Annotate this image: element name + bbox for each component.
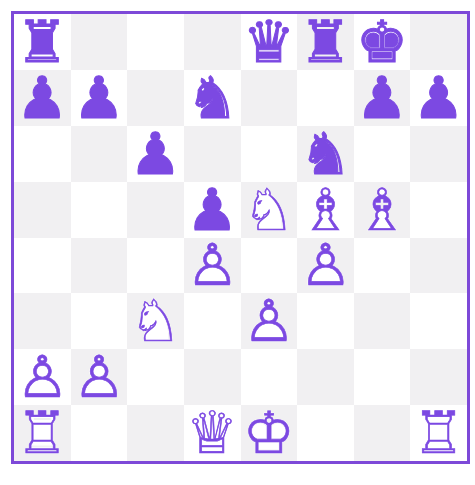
square-f7[interactable] <box>297 70 354 126</box>
square-a4[interactable] <box>14 238 71 294</box>
white-rook[interactable]: ♜♖ <box>410 405 467 461</box>
white-knight[interactable]: ♞♘ <box>241 182 298 238</box>
white-pawn-outline-glyph: ♙ <box>243 292 295 350</box>
black-pawn-glyph: ♟ <box>73 69 125 127</box>
square-c8[interactable] <box>127 14 184 70</box>
square-c6[interactable]: ♟ <box>127 126 184 182</box>
white-pawn-fill-glyph: ♟ <box>243 292 295 350</box>
white-bishop-fill-glyph: ♝ <box>356 181 408 239</box>
black-pawn[interactable]: ♟ <box>410 70 467 126</box>
white-bishop[interactable]: ♝♗ <box>354 182 411 238</box>
black-pawn-glyph: ♟ <box>186 181 238 239</box>
square-d8[interactable] <box>184 14 241 70</box>
square-e4[interactable] <box>241 238 298 294</box>
white-bishop-fill-glyph: ♝ <box>299 181 351 239</box>
square-h7[interactable]: ♟ <box>410 70 467 126</box>
square-f2[interactable] <box>297 349 354 405</box>
white-knight-fill-glyph: ♞ <box>130 292 182 350</box>
square-h1[interactable]: ♜♖ <box>410 405 467 461</box>
square-e2[interactable] <box>241 349 298 405</box>
black-pawn-glyph: ♟ <box>16 69 68 127</box>
square-f6[interactable]: ♞ <box>297 126 354 182</box>
black-pawn-glyph: ♟ <box>130 125 182 183</box>
white-knight[interactable]: ♞♘ <box>127 293 184 349</box>
white-pawn-fill-glyph: ♟ <box>186 236 238 294</box>
square-d7[interactable]: ♞ <box>184 70 241 126</box>
square-b3[interactable] <box>71 293 128 349</box>
square-c4[interactable] <box>127 238 184 294</box>
square-a7[interactable]: ♟ <box>14 70 71 126</box>
square-h3[interactable] <box>410 293 467 349</box>
white-pawn-outline-glyph: ♙ <box>299 236 351 294</box>
black-pawn-glyph: ♟ <box>356 69 408 127</box>
square-h2[interactable] <box>410 349 467 405</box>
white-queen[interactable]: ♛♕ <box>184 405 241 461</box>
square-a2[interactable]: ♟♙ <box>14 349 71 405</box>
square-g1[interactable] <box>354 405 411 461</box>
square-g8[interactable]: ♚ <box>354 14 411 70</box>
white-pawn-outline-glyph: ♙ <box>186 236 238 294</box>
black-knight[interactable]: ♞ <box>297 126 354 182</box>
square-c3[interactable]: ♞♘ <box>127 293 184 349</box>
square-b6[interactable] <box>71 126 128 182</box>
square-f4[interactable]: ♟♙ <box>297 238 354 294</box>
square-d1[interactable]: ♛♕ <box>184 405 241 461</box>
square-b1[interactable] <box>71 405 128 461</box>
square-d5[interactable]: ♟ <box>184 182 241 238</box>
white-pawn[interactable]: ♟♙ <box>14 349 71 405</box>
white-pawn-fill-glyph: ♟ <box>73 348 125 406</box>
square-c2[interactable] <box>127 349 184 405</box>
square-c7[interactable] <box>127 70 184 126</box>
square-a3[interactable] <box>14 293 71 349</box>
square-a1[interactable]: ♜♖ <box>14 405 71 461</box>
chess-board[interactable]: ♜♛♜♚♟♟♞♟♟♟♞♟♞♘♝♗♝♗♟♙♟♙♞♘♟♙♟♙♟♙♜♖♛♕♚♔♜♖ <box>14 14 467 461</box>
black-king-glyph: ♚ <box>356 13 408 71</box>
white-pawn-fill-glyph: ♟ <box>16 348 68 406</box>
white-king-fill-glyph: ♚ <box>243 404 295 462</box>
white-bishop-outline-glyph: ♗ <box>356 181 408 239</box>
square-c5[interactable] <box>127 182 184 238</box>
square-e5[interactable]: ♞♘ <box>241 182 298 238</box>
white-king[interactable]: ♚♔ <box>241 405 298 461</box>
square-e3[interactable]: ♟♙ <box>241 293 298 349</box>
square-b7[interactable]: ♟ <box>71 70 128 126</box>
square-f8[interactable]: ♜ <box>297 14 354 70</box>
square-b5[interactable] <box>71 182 128 238</box>
square-b4[interactable] <box>71 238 128 294</box>
square-e1[interactable]: ♚♔ <box>241 405 298 461</box>
square-g7[interactable]: ♟ <box>354 70 411 126</box>
black-knight[interactable]: ♞ <box>184 70 241 126</box>
square-f5[interactable]: ♝♗ <box>297 182 354 238</box>
white-queen-fill-glyph: ♛ <box>186 404 238 462</box>
white-queen-outline-glyph: ♕ <box>186 404 238 462</box>
white-knight-outline-glyph: ♘ <box>130 292 182 350</box>
square-f3[interactable] <box>297 293 354 349</box>
square-g5[interactable]: ♝♗ <box>354 182 411 238</box>
square-e7[interactable] <box>241 70 298 126</box>
square-h8[interactable] <box>410 14 467 70</box>
white-rook-outline-glyph: ♖ <box>16 404 68 462</box>
square-f1[interactable] <box>297 405 354 461</box>
square-g6[interactable] <box>354 126 411 182</box>
white-knight-outline-glyph: ♘ <box>243 181 295 239</box>
black-queen-glyph: ♛ <box>243 13 295 71</box>
square-g2[interactable] <box>354 349 411 405</box>
white-pawn[interactable]: ♟♙ <box>297 238 354 294</box>
square-h5[interactable] <box>410 182 467 238</box>
black-rook-glyph: ♜ <box>16 13 68 71</box>
white-pawn-outline-glyph: ♙ <box>16 348 68 406</box>
black-pawn[interactable]: ♟ <box>14 70 71 126</box>
white-pawn[interactable]: ♟♙ <box>241 293 298 349</box>
white-rook[interactable]: ♜♖ <box>14 405 71 461</box>
square-d6[interactable] <box>184 126 241 182</box>
white-king-outline-glyph: ♔ <box>243 404 295 462</box>
black-rook-glyph: ♜ <box>299 13 351 71</box>
white-rook-outline-glyph: ♖ <box>413 404 465 462</box>
black-pawn[interactable]: ♟ <box>127 126 184 182</box>
black-pawn[interactable]: ♟ <box>184 182 241 238</box>
black-knight-glyph: ♞ <box>299 125 351 183</box>
white-rook-fill-glyph: ♜ <box>413 404 465 462</box>
square-d3[interactable] <box>184 293 241 349</box>
square-a6[interactable] <box>14 126 71 182</box>
square-g4[interactable] <box>354 238 411 294</box>
square-a8[interactable]: ♜ <box>14 14 71 70</box>
black-knight-glyph: ♞ <box>186 69 238 127</box>
square-b2[interactable]: ♟♙ <box>71 349 128 405</box>
square-e8[interactable]: ♛ <box>241 14 298 70</box>
black-rook[interactable]: ♜ <box>297 14 354 70</box>
square-d4[interactable]: ♟♙ <box>184 238 241 294</box>
board-frame: ♜♛♜♚♟♟♞♟♟♟♞♟♞♘♝♗♝♗♟♙♟♙♞♘♟♙♟♙♟♙♜♖♛♕♚♔♜♖ <box>11 11 470 464</box>
square-g3[interactable] <box>354 293 411 349</box>
black-pawn[interactable]: ♟ <box>71 70 128 126</box>
black-pawn-glyph: ♟ <box>413 69 465 127</box>
white-pawn[interactable]: ♟♙ <box>71 349 128 405</box>
square-a5[interactable] <box>14 182 71 238</box>
square-h6[interactable] <box>410 126 467 182</box>
black-pawn[interactable]: ♟ <box>354 70 411 126</box>
black-rook[interactable]: ♜ <box>14 14 71 70</box>
white-bishop[interactable]: ♝♗ <box>297 182 354 238</box>
square-h4[interactable] <box>410 238 467 294</box>
white-pawn[interactable]: ♟♙ <box>184 238 241 294</box>
black-queen[interactable]: ♛ <box>241 14 298 70</box>
white-bishop-outline-glyph: ♗ <box>299 181 351 239</box>
square-c1[interactable] <box>127 405 184 461</box>
square-b8[interactable] <box>71 14 128 70</box>
white-rook-fill-glyph: ♜ <box>16 404 68 462</box>
white-pawn-outline-glyph: ♙ <box>73 348 125 406</box>
square-e6[interactable] <box>241 126 298 182</box>
square-d2[interactable] <box>184 349 241 405</box>
white-pawn-fill-glyph: ♟ <box>299 236 351 294</box>
white-knight-fill-glyph: ♞ <box>243 181 295 239</box>
black-king[interactable]: ♚ <box>354 14 411 70</box>
